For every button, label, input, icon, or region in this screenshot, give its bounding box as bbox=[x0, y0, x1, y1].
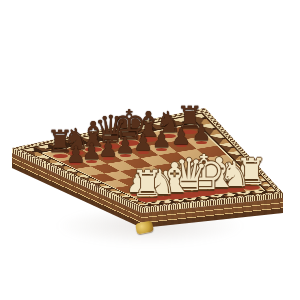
photo-stage: ♜♞♝♛♚♝♞♜♟♟♟♟♟♟♟♟♟♟♟♟♟♟♟♟♜♞♝♛♚♝♞♜ bbox=[0, 0, 300, 300]
piece-black-pawn-h7: ♟ bbox=[190, 121, 212, 143]
piece-black-pawn-a7: ♟ bbox=[65, 143, 87, 165]
piece-white-rook-a1: ♜ bbox=[129, 166, 165, 202]
